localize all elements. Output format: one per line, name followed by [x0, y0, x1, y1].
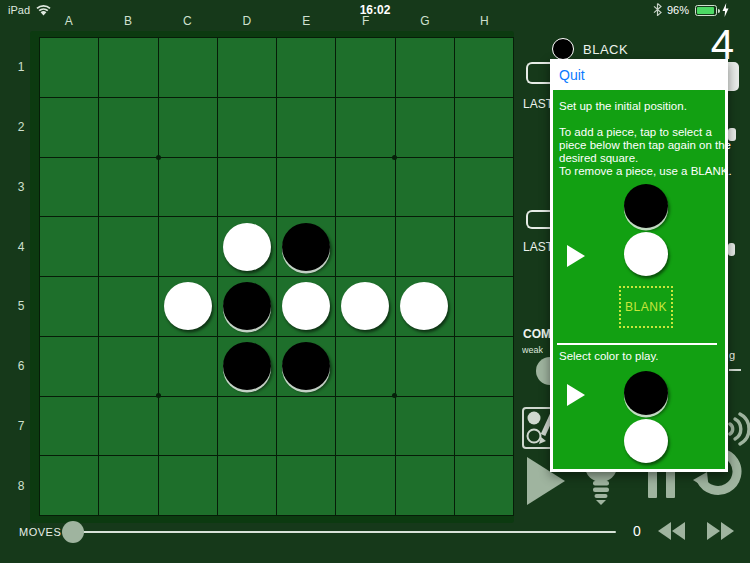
column-label-g: G: [395, 14, 454, 30]
battery-percent: 96%: [667, 4, 689, 16]
row-label-6: 6: [12, 336, 30, 396]
board-cell-h4[interactable]: [455, 217, 513, 276]
popup-title: Set up the initial position.: [559, 100, 687, 113]
black-disc-e4: [282, 223, 330, 271]
select-white-piece[interactable]: [624, 232, 668, 276]
last-move-label: LAST: [523, 240, 550, 254]
black-disc-e6: [282, 342, 330, 390]
board-cell-e3[interactable]: [277, 158, 335, 217]
select-black-piece[interactable]: [624, 184, 668, 228]
charging-bolt-icon: [722, 3, 729, 17]
board-cell-h8[interactable]: [455, 456, 513, 515]
board-cell-a5[interactable]: [40, 277, 98, 336]
moves-slider-thumb[interactable]: [62, 521, 84, 543]
star-point: [156, 393, 161, 398]
board-cell-f7[interactable]: [336, 397, 394, 456]
row-label-7: 7: [12, 396, 30, 456]
piece-select-pointer-icon: [567, 245, 585, 267]
moves-label: MOVES: [19, 526, 61, 538]
board-cell-e2[interactable]: [277, 98, 335, 157]
row-label-2: 2: [12, 97, 30, 157]
hidden-button-fragment[interactable]: [526, 210, 552, 229]
board-cell-b7[interactable]: [99, 397, 157, 456]
board-cell-b8[interactable]: [99, 456, 157, 515]
speaker-sound-icon[interactable]: [728, 410, 750, 448]
board-cell-b2[interactable]: [99, 98, 157, 157]
setup-popup: Quit Set up the initial position. To add…: [550, 59, 728, 472]
column-label-f: F: [336, 14, 395, 30]
board-cell-c3[interactable]: [159, 158, 217, 217]
board-cell-a1[interactable]: [40, 38, 98, 97]
board-cell-c1[interactable]: [159, 38, 217, 97]
move-number: 0: [622, 523, 652, 539]
column-label-d: D: [217, 14, 276, 30]
board-cell-g7[interactable]: [396, 397, 454, 456]
popup-instruction-line: To add a piece, tap to select a: [559, 126, 712, 139]
white-disc-d4: [223, 223, 271, 271]
board-cell-a3[interactable]: [40, 158, 98, 217]
board-cell-c8[interactable]: [159, 456, 217, 515]
row-label-5: 5: [12, 277, 30, 337]
board-cell-h6[interactable]: [455, 337, 513, 396]
board-cell-b5[interactable]: [99, 277, 157, 336]
board-cell-d3[interactable]: [218, 158, 276, 217]
board-cell-e1[interactable]: [277, 38, 335, 97]
column-labels: ABCDEFGH: [39, 14, 514, 30]
board-cell-g8[interactable]: [396, 456, 454, 515]
weak-label: weak: [522, 345, 543, 355]
board-cell-a4[interactable]: [40, 217, 98, 276]
column-label-e: E: [277, 14, 336, 30]
play-as-black-option[interactable]: [624, 371, 668, 415]
star-point: [156, 155, 161, 160]
board-cell-f8[interactable]: [336, 456, 394, 515]
row-label-4: 4: [12, 217, 30, 277]
board-cell-e7[interactable]: [277, 397, 335, 456]
last-move-label: LAST: [523, 97, 550, 111]
board-cell-a7[interactable]: [40, 397, 98, 456]
board-cell-a6[interactable]: [40, 337, 98, 396]
color-select-pointer-icon: [567, 384, 585, 406]
board-cell-g3[interactable]: [396, 158, 454, 217]
black-disc-d6: [223, 342, 271, 390]
board-cell-e8[interactable]: [277, 456, 335, 515]
row-label-1: 1: [12, 37, 30, 97]
board-cell-c7[interactable]: [159, 397, 217, 456]
board-cell-g4[interactable]: [396, 217, 454, 276]
board-cell-c2[interactable]: [159, 98, 217, 157]
hidden-button-fragment[interactable]: [728, 62, 739, 91]
select-color-label: Select color to play.: [559, 350, 659, 363]
column-label-h: H: [455, 14, 514, 30]
board-cell-g2[interactable]: [396, 98, 454, 157]
board-cell-a8[interactable]: [40, 456, 98, 515]
board-grid[interactable]: [39, 37, 514, 516]
popup-instruction-line: piece below then tap again on the: [559, 139, 731, 152]
board-cell-c4[interactable]: [159, 217, 217, 276]
board-cell-d8[interactable]: [218, 456, 276, 515]
board-cell-b4[interactable]: [99, 217, 157, 276]
reversi-app: iPad 16:02 96% ABCDEFGH 12345678 BLACK 4…: [0, 0, 750, 563]
hidden-button-fragment[interactable]: [526, 62, 552, 84]
fast-forward-button[interactable]: [706, 522, 734, 540]
battery-icon: [695, 5, 717, 16]
black-disc-d5: [223, 282, 271, 330]
board-cell-f2[interactable]: [336, 98, 394, 157]
column-label-a: A: [39, 14, 98, 30]
popup-separator: [557, 343, 717, 345]
board-cell-d7[interactable]: [218, 397, 276, 456]
row-label-8: 8: [12, 456, 30, 516]
quit-button[interactable]: Quit: [559, 67, 585, 83]
black-player-disc-icon: [552, 38, 574, 60]
board-cell-f4[interactable]: [336, 217, 394, 276]
black-player-label: BLACK: [583, 42, 628, 57]
board-frame: [30, 31, 514, 523]
strength-slider-track-fragment[interactable]: [729, 369, 741, 371]
board-cell-f3[interactable]: [336, 158, 394, 217]
hidden-fragment: [728, 243, 735, 256]
board-cell-b6[interactable]: [99, 337, 157, 396]
board-cell-d1[interactable]: [218, 38, 276, 97]
blank-button[interactable]: BLANK: [619, 286, 673, 328]
board-cell-b3[interactable]: [99, 158, 157, 217]
com-strength-label: COM: [523, 327, 550, 341]
strong-label-fragment: g: [729, 349, 735, 361]
board-cell-h5[interactable]: [455, 277, 513, 336]
row-labels: 12345678: [12, 37, 30, 516]
popup-header: Quit: [550, 59, 728, 90]
board-cell-h3[interactable]: [455, 158, 513, 217]
star-point: [392, 155, 397, 160]
board-cell-d2[interactable]: [218, 98, 276, 157]
popup-instruction-line: desired square.: [559, 152, 638, 165]
board-cell-h2[interactable]: [455, 98, 513, 157]
board-cell-h1[interactable]: [455, 38, 513, 97]
white-disc-c5: [164, 282, 212, 330]
bluetooth-icon: [653, 3, 662, 16]
rewind-button[interactable]: [658, 522, 686, 540]
board-cell-c6[interactable]: [159, 337, 217, 396]
column-label-c: C: [158, 14, 217, 30]
board-cell-g1[interactable]: [396, 38, 454, 97]
board-cell-b1[interactable]: [99, 38, 157, 97]
board-cell-f1[interactable]: [336, 38, 394, 97]
board-cell-f6[interactable]: [336, 337, 394, 396]
battery-tip: [718, 9, 720, 13]
board-cell-g6[interactable]: [396, 337, 454, 396]
popup-body: Set up the initial position. To add a pi…: [553, 90, 725, 469]
board-cell-h7[interactable]: [455, 397, 513, 456]
row-label-3: 3: [12, 157, 30, 217]
play-as-white-option[interactable]: [624, 419, 668, 463]
board-cell-a2[interactable]: [40, 98, 98, 157]
moves-slider-track[interactable]: [73, 531, 616, 533]
popup-instruction-line: To remove a piece, use a BLANK.: [559, 165, 732, 178]
column-label-b: B: [98, 14, 157, 30]
